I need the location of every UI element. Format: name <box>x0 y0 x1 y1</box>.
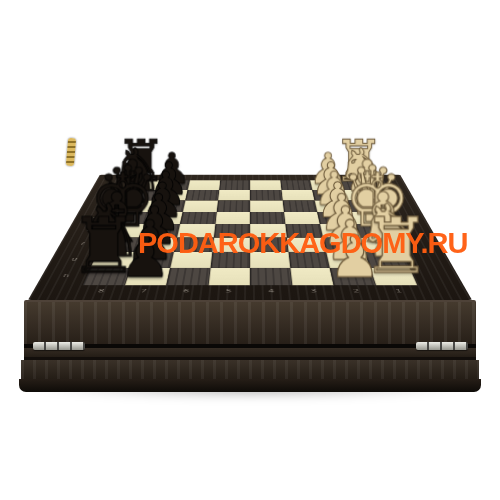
square-a4 <box>250 180 281 190</box>
square-a7: ♟ <box>157 180 190 190</box>
file-coordinate-label: 7 <box>122 289 166 294</box>
black-pawn-piece: ♟ <box>153 147 192 190</box>
rank-coordinate-label: g <box>63 257 86 261</box>
square-b1: ♞ <box>343 190 379 201</box>
square-a6 <box>188 180 220 190</box>
file-coordinate-label: 2 <box>334 289 378 294</box>
box-front <box>24 300 476 392</box>
square-b7: ♟ <box>153 190 188 201</box>
file-coordinate-label: 1 <box>377 289 421 294</box>
square-d1: ♛ <box>351 212 390 224</box>
square-h5 <box>208 268 250 285</box>
box-seam <box>24 344 476 348</box>
square-h6 <box>166 268 210 285</box>
rank-coordinate-label: h <box>54 273 79 277</box>
square-a5 <box>219 180 250 190</box>
square-d6 <box>180 212 216 224</box>
square-d3 <box>284 212 320 224</box>
file-coordinate-label: 3 <box>292 289 335 294</box>
box-molding <box>19 379 481 392</box>
box-base <box>21 360 479 379</box>
square-h3 <box>290 268 334 285</box>
rank-coordinate-label: f <box>71 242 93 246</box>
square-a8: ♜ <box>125 180 159 190</box>
file-coordinate-label: 6 <box>165 289 208 294</box>
square-h7: ♟ <box>125 268 171 285</box>
square-d2: ♟ <box>317 212 355 224</box>
rank-coordinate-label: c <box>92 204 112 207</box>
square-c3 <box>282 200 317 211</box>
square-b3 <box>281 190 315 201</box>
square-a3 <box>280 180 312 190</box>
square-d4 <box>250 212 285 224</box>
square-c8: ♝ <box>116 200 153 211</box>
square-h2: ♟ <box>330 268 376 285</box>
rank-coordinate-label: a <box>103 183 121 185</box>
left-hinge <box>33 342 85 350</box>
square-c1: ♝ <box>347 200 384 211</box>
square-b2: ♟ <box>312 190 347 201</box>
file-coordinate-label: 5 <box>207 289 250 294</box>
square-c6 <box>183 200 218 211</box>
box-lid-front <box>24 300 476 344</box>
square-b5 <box>218 190 250 201</box>
product-photo-scene: ♜♟♟♜♞♟♟♞♝♟♟♝♛♟♟♛♚♟♟♚♝♟♟♝♞♟♟♞♜♟♟♜ abcdefg… <box>0 0 500 500</box>
square-f8: ♝ <box>98 237 141 251</box>
right-hinge <box>416 342 468 350</box>
square-c4 <box>250 200 284 211</box>
square-h1: ♜ <box>370 268 418 285</box>
square-b4 <box>250 190 282 201</box>
white-knight-piece: ♞ <box>336 141 389 200</box>
square-d5 <box>215 212 250 224</box>
white-rook-piece: ♜ <box>333 133 384 190</box>
rank-coordinate-label: d <box>86 216 106 219</box>
black-pawn-piece: ♟ <box>149 156 189 201</box>
square-a2: ♟ <box>310 180 343 190</box>
rank-coordinate-label: e <box>79 228 100 231</box>
brass-key <box>66 138 76 167</box>
square-c2: ♟ <box>315 200 351 211</box>
square-g8: ♞ <box>90 252 135 268</box>
square-d7: ♟ <box>145 212 183 224</box>
box-rim <box>24 348 476 357</box>
watermark-text: PODAROKKAGDOMY.RU <box>138 227 467 260</box>
rank-coordinate-label: b <box>98 193 117 196</box>
square-b8: ♞ <box>121 190 157 201</box>
square-c7: ♟ <box>149 200 185 211</box>
square-d8: ♛ <box>110 212 149 224</box>
file-coordinate-label: 8 <box>79 289 123 294</box>
square-c5 <box>216 200 250 211</box>
square-h4 <box>250 268 292 285</box>
square-b6 <box>185 190 219 201</box>
square-a1: ♜ <box>340 180 374 190</box>
file-coordinate-label: 4 <box>250 289 293 294</box>
square-h8: ♜ <box>83 268 131 285</box>
